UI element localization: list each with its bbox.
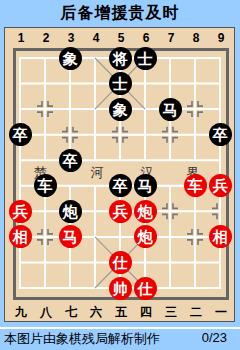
piece-black-炮[interactable]: 炮 <box>59 200 82 223</box>
piece-red-兵[interactable]: 兵 <box>109 200 132 223</box>
piece-red-炮[interactable]: 炮 <box>134 200 157 223</box>
piece-red-相[interactable]: 相 <box>9 225 32 248</box>
piece-black-士[interactable]: 士 <box>109 72 132 95</box>
piece-black-卒[interactable]: 卒 <box>209 123 232 146</box>
rank-label-3: 七 <box>61 305 81 319</box>
piece-black-卒[interactable]: 卒 <box>9 123 32 146</box>
piece-red-车[interactable]: 车 <box>184 174 207 197</box>
piece-red-帅[interactable]: 帅 <box>109 277 132 300</box>
rank-label-2: 八 <box>36 305 56 319</box>
piece-black-士[interactable]: 士 <box>134 47 157 70</box>
col-label-2: 2 <box>36 31 56 45</box>
piece-red-兵[interactable]: 兵 <box>209 174 232 197</box>
rank-label-4: 六 <box>86 305 106 319</box>
piece-black-车[interactable]: 车 <box>34 174 57 197</box>
rank-label-1: 九 <box>11 305 31 319</box>
separator-line <box>0 327 240 329</box>
credit-text: 本图片由象棋残局解析制作 <box>4 330 160 348</box>
col-label-4: 4 <box>86 31 106 45</box>
page-title: 后备增援贵及时 <box>0 3 240 24</box>
col-label-3: 3 <box>61 31 81 45</box>
rank-label-8: 二 <box>186 305 206 319</box>
piece-red-仕[interactable]: 仕 <box>134 277 157 300</box>
piece-black-马[interactable]: 马 <box>134 174 157 197</box>
status-bar: 本图片由象棋残局解析制作 0/23 <box>0 330 240 348</box>
piece-black-卒[interactable]: 卒 <box>59 149 82 172</box>
piece-black-象[interactable]: 象 <box>109 98 132 121</box>
piece-black-象[interactable]: 象 <box>59 47 82 70</box>
piece-black-马[interactable]: 马 <box>159 98 182 121</box>
piece-red-仕[interactable]: 仕 <box>109 251 132 274</box>
rank-label-7: 三 <box>161 305 181 319</box>
col-label-5: 5 <box>111 31 131 45</box>
rank-label-6: 四 <box>136 305 156 319</box>
col-label-1: 1 <box>11 31 31 45</box>
piece-red-兵[interactable]: 兵 <box>9 200 32 223</box>
col-label-7: 7 <box>161 31 181 45</box>
piece-red-相[interactable]: 相 <box>209 225 232 248</box>
piece-red-马[interactable]: 马 <box>59 225 82 248</box>
rank-label-9: 一 <box>211 305 231 319</box>
move-counter: 0/23 <box>202 330 227 345</box>
piece-black-卒[interactable]: 卒 <box>109 174 132 197</box>
col-label-6: 6 <box>136 31 156 45</box>
piece-red-炮[interactable]: 炮 <box>134 225 157 248</box>
river-char-2: 河 <box>89 165 105 181</box>
rank-label-5: 五 <box>111 305 131 319</box>
col-label-8: 8 <box>186 31 206 45</box>
piece-black-将[interactable]: 将 <box>109 47 132 70</box>
col-label-9: 9 <box>211 31 231 45</box>
